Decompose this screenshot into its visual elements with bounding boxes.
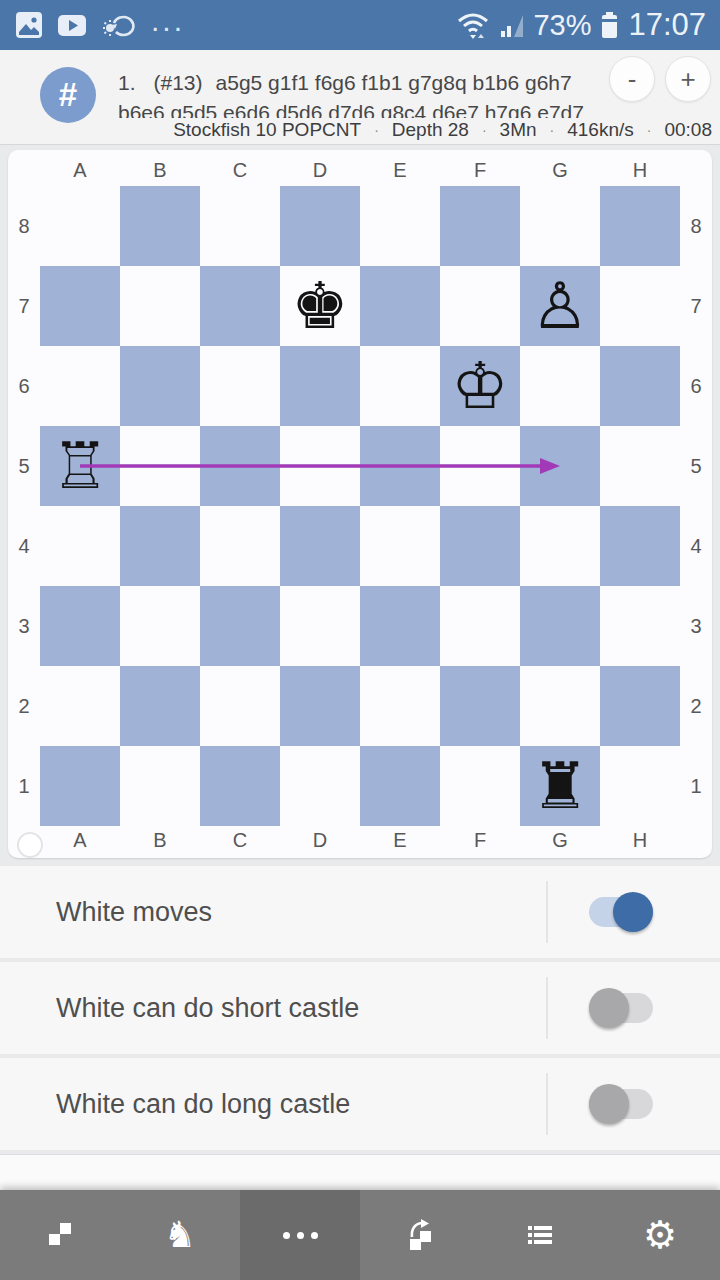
square-d4[interactable] (280, 506, 360, 586)
square-d2[interactable] (280, 666, 360, 746)
square-g4[interactable] (520, 506, 600, 586)
square-h3[interactable] (600, 586, 680, 666)
square-g7[interactable]: ♙ (520, 266, 600, 346)
black-rook[interactable]: ♜ (520, 746, 600, 826)
square-h2[interactable] (600, 666, 680, 746)
square-b7[interactable] (120, 266, 200, 346)
file-label-b: B (120, 828, 200, 852)
file-label-h: H (600, 158, 680, 182)
setting-row-white-moves: White moves (0, 866, 720, 958)
engine-name: Stockfish 10 POPCNT (173, 119, 361, 141)
square-c8[interactable] (200, 186, 280, 266)
setting-label-white-moves: White moves (56, 866, 212, 958)
rank-label-6: 6 (680, 346, 712, 426)
toggle-knob (613, 892, 653, 932)
file-label-h: H (600, 828, 680, 852)
file-label-e: E (360, 828, 440, 852)
square-g3[interactable] (520, 586, 600, 666)
square-h4[interactable] (600, 506, 680, 586)
file-label-d: D (280, 158, 360, 182)
square-h1[interactable] (600, 746, 680, 826)
separator: · (482, 122, 487, 138)
rank-label-8: 8 (8, 186, 40, 266)
square-b3[interactable] (120, 586, 200, 666)
mate-badge-icon: # (40, 67, 96, 123)
rank-label-4: 4 (8, 506, 40, 586)
file-label-b: B (120, 158, 200, 182)
ellipsis-icon (283, 1232, 318, 1239)
square-d7[interactable]: ♚ (280, 266, 360, 346)
bottom-toolbar: ♞ ⚙ (0, 1190, 720, 1280)
share-position-icon (402, 1217, 438, 1253)
rank-label-1: 1 (8, 746, 40, 826)
separator: · (374, 122, 379, 138)
square-g8[interactable] (520, 186, 600, 266)
toggle-knob (589, 1084, 629, 1124)
position-settings: White movesWhite can do short castleWhit… (0, 866, 720, 1154)
evaluation-score: (#13) (154, 71, 203, 94)
more-notifications-icon: ... (151, 4, 185, 38)
square-f5[interactable] (440, 426, 520, 506)
square-b1[interactable] (120, 746, 200, 826)
pieces-button[interactable]: ♞ (120, 1190, 240, 1280)
file-label-c: C (200, 158, 280, 182)
file-label-d: D (280, 828, 360, 852)
square-c3[interactable] (200, 586, 280, 666)
clock: 17:07 (628, 7, 706, 43)
file-label-g: G (520, 828, 600, 852)
setting-row-white-can-do-long-castle: White can do long castle (0, 1058, 720, 1150)
square-f3[interactable] (440, 586, 520, 666)
square-b5[interactable] (120, 426, 200, 506)
engine-status: Stockfish 10 POPCNT · Depth 28 · 3Mn · 4… (173, 119, 712, 141)
move-number: 1. (118, 71, 136, 94)
white-to-move-indicator (17, 832, 43, 858)
rank-label-5: 5 (680, 426, 712, 506)
setup-position-button[interactable] (0, 1190, 120, 1280)
square-e4[interactable] (360, 506, 440, 586)
toggle-white-can-do-short-castle[interactable] (589, 991, 653, 1025)
rank-labels-right: 87654321 (680, 186, 712, 826)
square-a1[interactable] (40, 746, 120, 826)
square-e8[interactable] (360, 186, 440, 266)
square-f1[interactable] (440, 746, 520, 826)
wifi-icon (455, 10, 491, 40)
white-king[interactable]: ♔ (440, 346, 520, 426)
knight-icon: ♞ (164, 1217, 196, 1253)
square-c5[interactable] (200, 426, 280, 506)
square-d8[interactable] (280, 186, 360, 266)
more-options-button[interactable] (240, 1190, 360, 1280)
board[interactable]: ♚♙♔♖♜ (40, 186, 680, 826)
white-pawn[interactable]: ♙ (520, 266, 600, 346)
rank-label-6: 6 (8, 346, 40, 426)
engine-analysis-panel: # 1.(#13)a5g5 g1f1 f6g6 f1b1 g7g8q b1b6 … (0, 50, 720, 145)
rank-label-2: 2 (8, 666, 40, 746)
engine-time: 00:08 (664, 119, 712, 141)
battery-percentage: 73% (533, 9, 591, 42)
file-label-a: A (40, 828, 120, 852)
share-position-button[interactable] (360, 1190, 480, 1280)
square-d3[interactable] (280, 586, 360, 666)
file-label-a: A (40, 158, 120, 182)
square-a4[interactable] (40, 506, 120, 586)
square-h6[interactable] (600, 346, 680, 426)
square-c1[interactable] (200, 746, 280, 826)
rank-label-3: 3 (680, 586, 712, 666)
setting-label-white-can-do-short-castle: White can do short castle (56, 962, 359, 1054)
status-bar: ... 73% 17:07 (0, 0, 720, 50)
square-h8[interactable] (600, 186, 680, 266)
rank-label-7: 7 (8, 266, 40, 346)
square-e1[interactable] (360, 746, 440, 826)
rank-label-1: 1 (680, 746, 712, 826)
square-a8[interactable] (40, 186, 120, 266)
square-a3[interactable] (40, 586, 120, 666)
square-f6[interactable]: ♔ (440, 346, 520, 426)
engine-speed: 416kn/s (567, 119, 634, 141)
square-e2[interactable] (360, 666, 440, 746)
divider (546, 881, 548, 943)
file-label-f: F (440, 158, 520, 182)
square-f2[interactable] (440, 666, 520, 746)
square-h5[interactable] (600, 426, 680, 506)
setting-label-white-can-do-long-castle: White can do long castle (56, 1058, 350, 1150)
sync-notification-icon (100, 11, 138, 39)
rank-label-2: 2 (680, 666, 712, 746)
gear-icon: ⚙ (643, 1216, 677, 1254)
square-g1[interactable]: ♜ (520, 746, 600, 826)
square-c6[interactable] (200, 346, 280, 426)
file-label-g: G (520, 158, 600, 182)
square-b6[interactable] (120, 346, 200, 426)
toggle-white-can-do-long-castle[interactable] (589, 1087, 653, 1121)
rank-label-7: 7 (680, 266, 712, 346)
engine-nodes: 3Mn (500, 119, 537, 141)
white-rook[interactable]: ♖ (40, 426, 120, 506)
file-label-c: C (200, 828, 280, 852)
analysis-line[interactable]: 1.(#13)a5g5 g1f1 f6g6 f1b1 g7g8q b1b6 g6… (118, 68, 600, 118)
square-a7[interactable] (40, 266, 120, 346)
square-f7[interactable] (440, 266, 520, 346)
rank-label-3: 3 (8, 586, 40, 666)
square-e3[interactable] (360, 586, 440, 666)
rank-label-4: 4 (680, 506, 712, 586)
square-g6[interactable] (520, 346, 600, 426)
square-b4[interactable] (120, 506, 200, 586)
square-f8[interactable] (440, 186, 520, 266)
square-a5[interactable]: ♖ (40, 426, 120, 506)
chessboard-card: ABCDEFGH 87654321 87654321 ABCDEFGH ♚♙♔♖… (8, 150, 712, 858)
divider (546, 1073, 548, 1135)
separator: · (647, 122, 652, 138)
setting-row-white-can-do-short-castle: White can do short castle (0, 962, 720, 1054)
file-label-f: F (440, 828, 520, 852)
file-labels-bottom: ABCDEFGH (40, 828, 680, 852)
square-g5[interactable] (520, 426, 600, 506)
square-e7[interactable] (360, 266, 440, 346)
black-king[interactable]: ♚ (280, 266, 360, 346)
battery-icon (600, 10, 619, 40)
list-icon (523, 1218, 557, 1252)
square-h7[interactable] (600, 266, 680, 346)
setup-position-icon (43, 1218, 77, 1252)
toggle-white-moves[interactable] (589, 895, 653, 929)
rank-label-5: 5 (8, 426, 40, 506)
square-e6[interactable] (360, 346, 440, 426)
square-d5[interactable] (280, 426, 360, 506)
settings-button[interactable]: ⚙ (600, 1190, 720, 1280)
decrease-lines-button[interactable]: - (609, 56, 655, 102)
square-a6[interactable] (40, 346, 120, 426)
square-d1[interactable] (280, 746, 360, 826)
square-c2[interactable] (200, 666, 280, 746)
status-indicators: 73% 17:07 (455, 7, 706, 43)
square-b8[interactable] (120, 186, 200, 266)
rank-labels-left: 87654321 (8, 186, 40, 826)
app-screen: ... 73% 17:07 # (0, 0, 720, 1280)
square-a2[interactable] (40, 666, 120, 746)
square-e5[interactable] (360, 426, 440, 506)
square-d6[interactable] (280, 346, 360, 426)
rank-label-8: 8 (680, 186, 712, 266)
gallery-notification-icon (14, 10, 44, 40)
increase-lines-button[interactable]: + (665, 56, 711, 102)
square-f4[interactable] (440, 506, 520, 586)
separator: · (550, 122, 555, 138)
youtube-notification-icon (57, 14, 87, 37)
file-labels-top: ABCDEFGH (40, 158, 680, 182)
notification-icons: ... (14, 8, 185, 42)
signal-icon (500, 11, 524, 39)
square-c4[interactable] (200, 506, 280, 586)
square-b2[interactable] (120, 666, 200, 746)
file-label-e: E (360, 158, 440, 182)
moves-list-button[interactable] (480, 1190, 600, 1280)
square-c7[interactable] (200, 266, 280, 346)
engine-depth: Depth 28 (392, 119, 469, 141)
divider (546, 977, 548, 1039)
partial-row-strip (0, 1154, 720, 1190)
toggle-knob (589, 988, 629, 1028)
square-g2[interactable] (520, 666, 600, 746)
